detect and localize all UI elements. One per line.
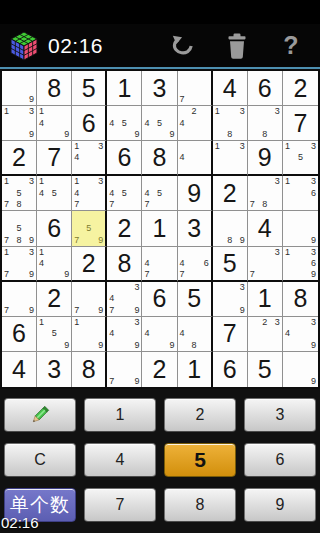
pencil-marks: 136 xyxy=(283,176,318,210)
cell-r6c8[interactable]: 37 xyxy=(248,247,283,282)
key-5[interactable]: 5 xyxy=(164,443,236,477)
cell-r3c3[interactable]: 134 xyxy=(72,141,107,176)
pencil-marks: 13578 xyxy=(2,176,36,210)
cell-value: 8 xyxy=(107,247,141,280)
clear-button[interactable]: C xyxy=(4,443,76,477)
cell-r3c1[interactable]: 2 xyxy=(2,141,37,176)
cell-r2c6[interactable]: 24 xyxy=(178,106,213,141)
cell-r1c7[interactable]: 4 xyxy=(213,71,248,106)
cell-value: 6 xyxy=(37,211,71,245)
cell-r2c1[interactable]: 139 xyxy=(2,106,37,141)
cell-r4c3[interactable]: 1347 xyxy=(72,176,107,211)
cell-r7c2[interactable]: 2 xyxy=(37,282,72,317)
cell-value: 5 xyxy=(248,352,282,387)
cell-value: 2 xyxy=(37,282,71,316)
cell-r5c4[interactable]: 2 xyxy=(107,211,142,246)
cell-r2c9[interactable]: 7 xyxy=(283,106,318,141)
cell-r8c5[interactable]: 49 xyxy=(142,317,177,352)
pencil-marks: 145 xyxy=(37,176,71,210)
cell-r4c1[interactable]: 13578 xyxy=(2,176,37,211)
cell-r9c5[interactable]: 2 xyxy=(142,352,177,387)
cell-r7c7[interactable]: 39 xyxy=(213,282,248,317)
cell-r8c6[interactable]: 48 xyxy=(178,317,213,352)
cell-value: 8 xyxy=(72,352,105,387)
sudoku-board: 9851374621391496459459241383872713468413… xyxy=(0,69,320,389)
cell-r7c5[interactable]: 6 xyxy=(142,282,177,317)
pencil-marks: 378 xyxy=(248,176,282,210)
pencil-marks: 349 xyxy=(283,317,318,351)
cell-r7c8[interactable]: 1 xyxy=(248,282,283,317)
cell-r6c9[interactable]: 1369 xyxy=(283,247,318,282)
cell-r9c3[interactable]: 8 xyxy=(72,352,107,387)
help-icon[interactable]: ? xyxy=(278,33,304,59)
pencil-marks: 1347 xyxy=(72,176,105,210)
cell-r4c7[interactable]: 2 xyxy=(213,176,248,211)
cell-r5c9[interactable]: 9 xyxy=(283,211,318,246)
cell-r3c2[interactable]: 7 xyxy=(37,141,72,176)
pencil-marks: 457 xyxy=(142,176,176,210)
cell-r5c1[interactable]: 5789 xyxy=(2,211,37,246)
cell-r1c4[interactable]: 1 xyxy=(107,71,142,106)
cell-r1c2[interactable]: 8 xyxy=(37,71,72,106)
key-9[interactable]: 9 xyxy=(244,488,316,522)
cell-r4c6[interactable]: 9 xyxy=(178,176,213,211)
cell-r4c4[interactable]: 457 xyxy=(107,176,142,211)
cell-r8c9[interactable]: 349 xyxy=(283,317,318,352)
pencil-marks: 349 xyxy=(107,317,141,351)
cell-value: 2 xyxy=(283,71,318,105)
pencil-marks: 9 xyxy=(2,71,36,105)
pencil-marks: 79 xyxy=(107,352,141,387)
cell-r6c4[interactable]: 8 xyxy=(107,247,142,282)
pencil-marks: 467 xyxy=(178,247,211,280)
cell-r6c3[interactable]: 2 xyxy=(72,247,107,282)
cell-value: 8 xyxy=(37,71,71,105)
pencil-marks: 48 xyxy=(178,317,211,351)
cell-value: 7 xyxy=(283,106,318,140)
pencil-marks: 134 xyxy=(72,141,105,174)
cell-value: 7 xyxy=(213,317,247,351)
cell-r2c3[interactable]: 6 xyxy=(72,106,107,141)
pencil-marks: 89 xyxy=(213,211,247,245)
key-1[interactable]: 1 xyxy=(84,398,156,432)
key-8[interactable]: 8 xyxy=(164,488,236,522)
cell-value: 4 xyxy=(213,71,247,105)
cell-value: 5 xyxy=(72,71,105,105)
cell-r3c5[interactable]: 8 xyxy=(142,141,177,176)
cell-r1c3[interactable]: 5 xyxy=(72,71,107,106)
cell-value: 6 xyxy=(248,71,282,105)
cell-value: 3 xyxy=(142,71,176,105)
cell-r9c1[interactable]: 4 xyxy=(2,352,37,387)
cell-r6c7[interactable]: 5 xyxy=(213,247,248,282)
cell-r8c8[interactable]: 23 xyxy=(248,317,283,352)
action-bar: 02:16 ? xyxy=(0,24,320,67)
cell-r8c1[interactable]: 6 xyxy=(2,317,37,352)
cell-r9c6[interactable]: 1 xyxy=(178,352,213,387)
cell-value: 3 xyxy=(37,352,71,387)
cell-r5c8[interactable]: 4 xyxy=(248,211,283,246)
trash-icon[interactable] xyxy=(224,33,250,59)
pencil-marks: 1379 xyxy=(2,247,36,280)
pencil-marks: 149 xyxy=(37,106,71,140)
key-2[interactable]: 2 xyxy=(164,398,236,432)
pencil-marks: 139 xyxy=(2,106,36,140)
pencil-marks: 24 xyxy=(178,106,211,140)
cell-value: 2 xyxy=(107,211,141,245)
cell-r9c8[interactable]: 5 xyxy=(248,352,283,387)
cell-r8c7[interactable]: 7 xyxy=(213,317,248,352)
cell-value: 9 xyxy=(248,141,282,174)
cell-value: 8 xyxy=(283,282,318,316)
actionbar-buttons: ? xyxy=(170,33,320,59)
cell-r8c3[interactable]: 19 xyxy=(72,317,107,352)
pencil-marks: 79 xyxy=(72,282,105,316)
cell-r7c4[interactable]: 3479 xyxy=(107,282,142,317)
pencil-marks: 38 xyxy=(248,106,282,140)
cell-r7c1[interactable]: 79 xyxy=(2,282,37,317)
cell-r7c6[interactable]: 5 xyxy=(178,282,213,317)
cell-r5c6[interactable]: 3 xyxy=(178,211,213,246)
cell-value: 5 xyxy=(213,247,247,280)
cell-value: 1 xyxy=(248,282,282,316)
key-6[interactable]: 6 xyxy=(244,443,316,477)
cell-r5c2[interactable]: 6 xyxy=(37,211,72,246)
cell-value: 4 xyxy=(248,211,282,245)
pencil-marks: 459 xyxy=(107,106,141,140)
cell-r2c8[interactable]: 38 xyxy=(248,106,283,141)
cell-r1c9[interactable]: 2 xyxy=(283,71,318,106)
cell-r6c5[interactable]: 47 xyxy=(142,247,177,282)
cell-r8c4[interactable]: 349 xyxy=(107,317,142,352)
key-3[interactable]: 3 xyxy=(244,398,316,432)
cell-r4c5[interactable]: 457 xyxy=(142,176,177,211)
cell-value: 6 xyxy=(107,141,141,174)
pencil-marks: 4 xyxy=(178,141,211,174)
pencil-marks: 149 xyxy=(37,247,71,280)
pencil-marks: 579 xyxy=(72,211,105,245)
cell-value: 3 xyxy=(178,211,211,245)
keypad: 123C456单个数789 xyxy=(0,389,320,533)
cell-value: 9 xyxy=(178,176,211,210)
cell-r9c7[interactable]: 6 xyxy=(213,352,248,387)
pencil-marks: 159 xyxy=(37,317,71,351)
cell-value: 6 xyxy=(72,106,105,140)
pencil-marks: 5789 xyxy=(2,211,36,245)
cell-value: 6 xyxy=(213,352,247,387)
cell-r3c9[interactable]: 135 xyxy=(283,141,318,176)
pencil-marks: 7 xyxy=(178,71,211,105)
pencil-marks: 9 xyxy=(283,211,318,245)
game-timer: 02:16 xyxy=(48,34,103,58)
pencil-marks: 135 xyxy=(283,141,318,174)
cell-value: 2 xyxy=(142,352,176,387)
cell-value: 5 xyxy=(178,282,211,316)
pencil-marks: 79 xyxy=(2,282,36,316)
cell-r9c9[interactable]: 9 xyxy=(283,352,318,387)
rubiks-cube-logo-icon xyxy=(7,29,41,63)
pencil-marks: 49 xyxy=(142,317,176,351)
pencil-marks: 457 xyxy=(107,176,141,210)
cell-value: 8 xyxy=(142,141,176,174)
cell-r3c7[interactable]: 13 xyxy=(213,141,248,176)
cell-r6c2[interactable]: 149 xyxy=(37,247,72,282)
cell-r3c4[interactable]: 6 xyxy=(107,141,142,176)
cell-r6c6[interactable]: 467 xyxy=(178,247,213,282)
pencil-marks: 3479 xyxy=(107,282,141,316)
cell-r3c6[interactable]: 4 xyxy=(178,141,213,176)
cell-r6c1[interactable]: 1379 xyxy=(2,247,37,282)
cell-value: 7 xyxy=(37,141,71,174)
cell-r4c2[interactable]: 145 xyxy=(37,176,72,211)
cell-r1c6[interactable]: 7 xyxy=(178,71,213,106)
pencil-marks: 1369 xyxy=(283,247,318,280)
pencil-marks: 37 xyxy=(248,247,282,280)
cell-value: 1 xyxy=(142,211,176,245)
pencil-button[interactable] xyxy=(4,398,76,432)
cell-r1c5[interactable]: 3 xyxy=(142,71,177,106)
cell-r5c3[interactable]: 579 xyxy=(72,211,107,246)
cell-value: 6 xyxy=(142,282,176,316)
cell-r8c2[interactable]: 159 xyxy=(37,317,72,352)
cell-r9c4[interactable]: 79 xyxy=(107,352,142,387)
cell-r5c7[interactable]: 89 xyxy=(213,211,248,246)
cell-r1c8[interactable]: 6 xyxy=(248,71,283,106)
footer-timer: 02:16 xyxy=(1,514,39,531)
status-bar xyxy=(0,0,320,24)
cell-r2c7[interactable]: 138 xyxy=(213,106,248,141)
pencil-icon xyxy=(28,403,52,427)
cell-r2c5[interactable]: 459 xyxy=(142,106,177,141)
pencil-marks: 19 xyxy=(72,317,105,351)
cell-r2c2[interactable]: 149 xyxy=(37,106,72,141)
cell-value: 2 xyxy=(72,247,105,280)
pencil-marks: 39 xyxy=(213,282,247,316)
pencil-marks: 459 xyxy=(142,106,176,140)
cell-value: 2 xyxy=(2,141,36,174)
cell-r4c9[interactable]: 136 xyxy=(283,176,318,211)
pencil-marks: 23 xyxy=(248,317,282,351)
app-screen: 02:16 ? 9851374621391496459459241383872 xyxy=(0,0,320,533)
cell-r7c3[interactable]: 79 xyxy=(72,282,107,317)
cell-r9c2[interactable]: 3 xyxy=(37,352,72,387)
cell-r7c9[interactable]: 8 xyxy=(283,282,318,317)
cell-r5c5[interactable]: 1 xyxy=(142,211,177,246)
cell-value: 2 xyxy=(213,176,247,210)
cell-value: 4 xyxy=(2,352,36,387)
undo-icon[interactable] xyxy=(170,33,196,59)
cell-r3c8[interactable]: 9 xyxy=(248,141,283,176)
cell-r2c4[interactable]: 459 xyxy=(107,106,142,141)
cell-value: 1 xyxy=(178,352,211,387)
cell-value: 1 xyxy=(107,71,141,105)
cell-r1c1[interactable]: 9 xyxy=(2,71,37,106)
cell-value: 6 xyxy=(2,317,36,351)
pencil-marks: 138 xyxy=(213,106,247,140)
cell-r4c8[interactable]: 378 xyxy=(248,176,283,211)
key-7[interactable]: 7 xyxy=(84,488,156,522)
key-4[interactable]: 4 xyxy=(84,443,156,477)
pencil-marks: 9 xyxy=(283,352,318,387)
pencil-marks: 13 xyxy=(213,141,247,174)
pencil-marks: 47 xyxy=(142,247,176,280)
